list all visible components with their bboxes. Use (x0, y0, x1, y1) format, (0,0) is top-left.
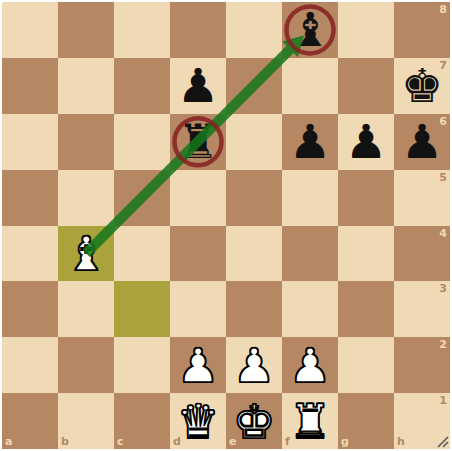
square-b2[interactable] (58, 337, 114, 393)
square-f8[interactable]: ♝ (282, 2, 338, 58)
square-c5[interactable] (114, 170, 170, 226)
board-frame: ♝8♟7♚♜♟♟6♟5♝43♟♟♟2abcd♛e♚f♜gh1 (0, 0, 452, 451)
rank-label-1: 1 (439, 394, 447, 407)
square-h7[interactable]: 7♚ (394, 58, 450, 114)
square-f1[interactable]: f♜ (282, 393, 338, 449)
square-c7[interactable] (114, 58, 170, 114)
square-g6[interactable]: ♟ (338, 114, 394, 170)
square-c6[interactable] (114, 114, 170, 170)
file-label-g: g (341, 435, 349, 448)
square-a1[interactable]: a (2, 393, 58, 449)
square-e6[interactable] (226, 114, 282, 170)
square-h3[interactable]: 3 (394, 281, 450, 337)
piece-white-bishop-b4[interactable]: ♝ (58, 226, 114, 282)
square-d2[interactable]: ♟ (170, 337, 226, 393)
square-b5[interactable] (58, 170, 114, 226)
square-f3[interactable] (282, 281, 338, 337)
piece-black-pawn-h6[interactable]: ♟ (394, 114, 450, 170)
square-d5[interactable] (170, 170, 226, 226)
rank-label-8: 8 (439, 3, 447, 16)
rank-label-3: 3 (439, 282, 447, 295)
square-a5[interactable] (2, 170, 58, 226)
square-g5[interactable] (338, 170, 394, 226)
square-e4[interactable] (226, 226, 282, 282)
square-a4[interactable] (2, 226, 58, 282)
square-e7[interactable] (226, 58, 282, 114)
piece-white-king-e1[interactable]: ♚ (226, 393, 282, 449)
piece-black-king-h7[interactable]: ♚ (394, 58, 450, 114)
square-g8[interactable] (338, 2, 394, 58)
square-c2[interactable] (114, 337, 170, 393)
square-b4[interactable]: ♝ (58, 226, 114, 282)
square-f5[interactable] (282, 170, 338, 226)
resize-handle-icon[interactable] (437, 436, 449, 448)
square-d8[interactable] (170, 2, 226, 58)
piece-black-bishop-f8[interactable]: ♝ (282, 2, 338, 58)
piece-white-pawn-d2[interactable]: ♟ (170, 337, 226, 393)
square-h2[interactable]: 2 (394, 337, 450, 393)
square-f6[interactable]: ♟ (282, 114, 338, 170)
piece-black-pawn-f6[interactable]: ♟ (282, 114, 338, 170)
square-h8[interactable]: 8 (394, 2, 450, 58)
square-a8[interactable] (2, 2, 58, 58)
piece-black-pawn-d7[interactable]: ♟ (170, 58, 226, 114)
square-c3[interactable] (114, 281, 170, 337)
square-b3[interactable] (58, 281, 114, 337)
square-d6[interactable]: ♜ (170, 114, 226, 170)
square-b1[interactable]: b (58, 393, 114, 449)
piece-black-pawn-g6[interactable]: ♟ (338, 114, 394, 170)
square-h6[interactable]: 6♟ (394, 114, 450, 170)
square-e8[interactable] (226, 2, 282, 58)
square-g3[interactable] (338, 281, 394, 337)
square-e3[interactable] (226, 281, 282, 337)
square-h4[interactable]: 4 (394, 226, 450, 282)
square-b6[interactable] (58, 114, 114, 170)
square-g7[interactable] (338, 58, 394, 114)
square-g2[interactable] (338, 337, 394, 393)
square-b8[interactable] (58, 2, 114, 58)
square-c8[interactable] (114, 2, 170, 58)
square-g1[interactable]: g (338, 393, 394, 449)
square-c1[interactable]: c (114, 393, 170, 449)
chess-board: ♝8♟7♚♜♟♟6♟5♝43♟♟♟2abcd♛e♚f♜gh1 (2, 2, 450, 449)
square-g4[interactable] (338, 226, 394, 282)
rank-label-4: 4 (439, 227, 447, 240)
piece-white-rook-f1[interactable]: ♜ (282, 393, 338, 449)
square-f4[interactable] (282, 226, 338, 282)
file-label-c: c (117, 435, 124, 448)
rank-label-5: 5 (439, 171, 447, 184)
square-d1[interactable]: d♛ (170, 393, 226, 449)
piece-white-queen-d1[interactable]: ♛ (170, 393, 226, 449)
file-label-a: a (5, 435, 12, 448)
square-a6[interactable] (2, 114, 58, 170)
square-e2[interactable]: ♟ (226, 337, 282, 393)
square-d3[interactable] (170, 281, 226, 337)
square-a3[interactable] (2, 281, 58, 337)
piece-black-rook-d6[interactable]: ♜ (170, 114, 226, 170)
square-a2[interactable] (2, 337, 58, 393)
square-a7[interactable] (2, 58, 58, 114)
square-b7[interactable] (58, 58, 114, 114)
rank-label-2: 2 (439, 338, 447, 351)
square-f7[interactable] (282, 58, 338, 114)
file-label-h: h (397, 435, 405, 448)
piece-white-pawn-e2[interactable]: ♟ (226, 337, 282, 393)
file-label-b: b (61, 435, 69, 448)
square-h5[interactable]: 5 (394, 170, 450, 226)
piece-white-pawn-f2[interactable]: ♟ (282, 337, 338, 393)
square-c4[interactable] (114, 226, 170, 282)
square-f2[interactable]: ♟ (282, 337, 338, 393)
square-e1[interactable]: e♚ (226, 393, 282, 449)
square-e5[interactable] (226, 170, 282, 226)
square-d4[interactable] (170, 226, 226, 282)
square-d7[interactable]: ♟ (170, 58, 226, 114)
